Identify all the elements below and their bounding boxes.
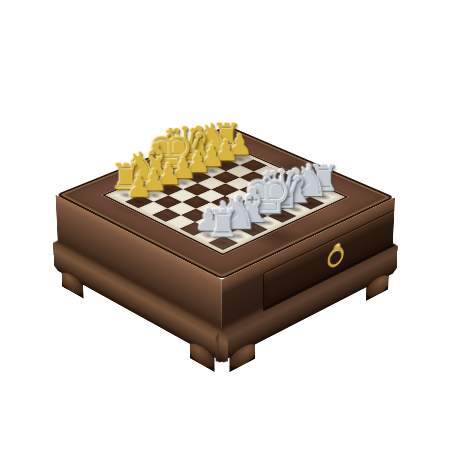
- alabaster-margin: ♜♟♟♜♞♟♟♞♝♟♟♝♛♟♟♛♚♟♟♚♝♟♟♝♞♟♟♞♜♟♟♜: [105, 145, 345, 254]
- bun-foot-right-corner: [366, 272, 390, 301]
- product-photo-stage: ♜♟♟♜♞♟♟♞♝♟♟♝♛♟♟♛♚♟♟♚♝♟♟♝♞♟♟♞♜♟♟♜: [0, 0, 450, 450]
- drawer-ring-pull[interactable]: [326, 245, 344, 270]
- bun-foot-near-corner-left: [188, 339, 214, 371]
- chess-box-set: ♜♟♟♜♞♟♟♞♝♟♟♝♛♟♟♛♚♟♟♚♝♟♟♝♞♟♟♞♜♟♟♜: [56, 125, 395, 279]
- bun-foot-left-corner: [60, 269, 83, 299]
- bun-foot-near-corner-right: [229, 340, 256, 372]
- chess-board: ♜♟♟♜♞♟♟♞♝♟♟♝♛♟♟♛♚♟♟♚♝♟♟♝♞♟♟♞♜♟♟♜: [112, 148, 338, 250]
